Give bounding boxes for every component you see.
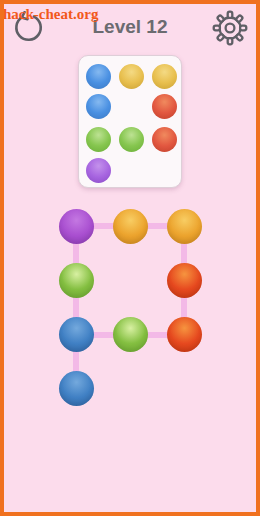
target-dot-yellow xyxy=(119,64,144,89)
target-dot-blue xyxy=(86,94,111,119)
ball-red[interactable] xyxy=(167,317,202,352)
target-dot-yellow xyxy=(152,64,177,89)
target-pattern-card xyxy=(78,55,182,188)
ball-yellow[interactable] xyxy=(113,209,148,244)
target-dot-blue xyxy=(86,64,111,89)
settings-button[interactable] xyxy=(211,9,249,47)
target-dot-red xyxy=(152,127,177,152)
watermark: hack-cheat.org xyxy=(3,6,98,23)
ball-green[interactable] xyxy=(113,317,148,352)
ball-yellow[interactable] xyxy=(167,209,202,244)
ball-green[interactable] xyxy=(59,263,94,298)
target-dot-red xyxy=(152,94,177,119)
ball-blue[interactable] xyxy=(59,317,94,352)
ball-blue[interactable] xyxy=(59,371,94,406)
gear-icon xyxy=(211,9,249,47)
app-frame: hack-cheat.org Level 12 xyxy=(0,0,260,516)
target-dot-purple xyxy=(86,158,111,183)
ball-purple[interactable] xyxy=(59,209,94,244)
target-dot-green xyxy=(119,127,144,152)
target-dot-green xyxy=(86,127,111,152)
ball-red[interactable] xyxy=(167,263,202,298)
